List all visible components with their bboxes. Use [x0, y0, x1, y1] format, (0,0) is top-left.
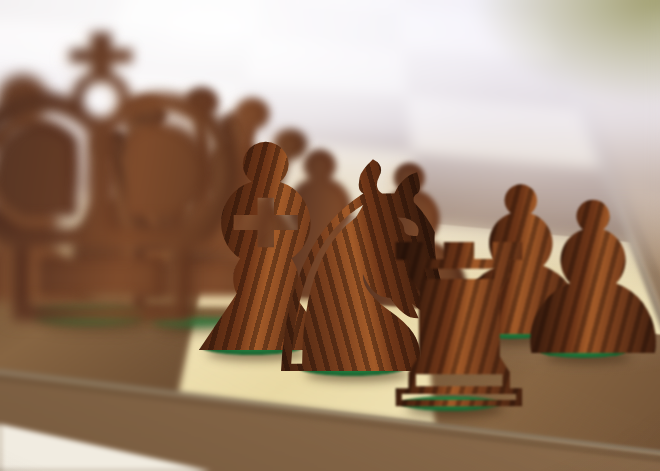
chess-set-photo: ♟♟♛♝♚♟♟♝♟♟♞♜ [0, 0, 660, 471]
dark-rook-piece: ♜ [358, 216, 560, 441]
